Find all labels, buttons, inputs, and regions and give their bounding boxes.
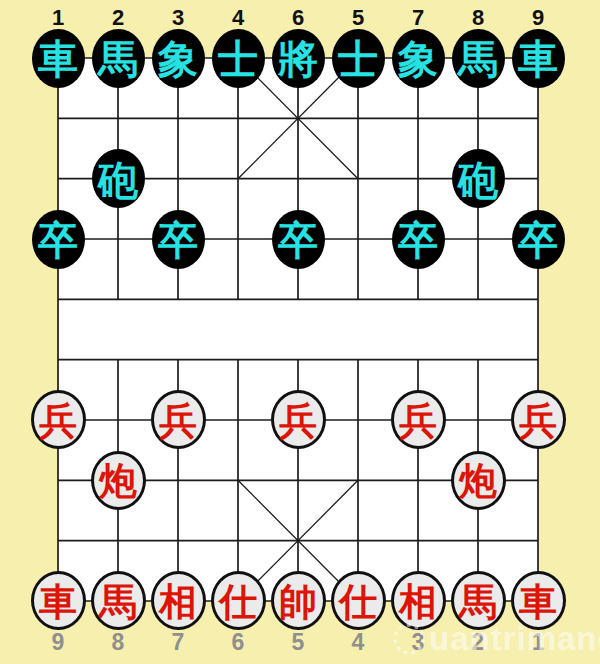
- piece-red-cannon-left[interactable]: 炮: [91, 451, 146, 510]
- piece-glyph: 士: [218, 39, 258, 79]
- piece-black-chariot-left[interactable]: 車: [32, 29, 85, 88]
- piece-glyph: 仕: [339, 583, 377, 621]
- piece-glyph: 馬: [458, 39, 498, 79]
- piece-red-general[interactable]: 帥: [271, 571, 326, 630]
- piece-glyph: 帥: [279, 583, 317, 621]
- piece-glyph: 車: [39, 583, 77, 621]
- piece-black-advisor-right[interactable]: 士: [332, 29, 385, 88]
- piece-glyph: 卒: [278, 220, 318, 260]
- piece-black-elephant-left[interactable]: 象: [152, 29, 205, 88]
- piece-black-soldier-5[interactable]: 卒: [512, 210, 565, 269]
- piece-red-horse-right[interactable]: 馬: [451, 571, 506, 630]
- piece-red-soldier-2[interactable]: 兵: [151, 390, 206, 449]
- piece-glyph: 馬: [99, 583, 137, 621]
- file-label-bottom: 2: [448, 629, 508, 656]
- piece-glyph: 炮: [99, 462, 137, 500]
- piece-glyph: 砲: [98, 160, 138, 200]
- piece-glyph: 車: [519, 583, 557, 621]
- file-label-bottom: 3: [388, 629, 448, 656]
- piece-black-soldier-3[interactable]: 卒: [272, 210, 325, 269]
- piece-black-soldier-4[interactable]: 卒: [392, 210, 445, 269]
- piece-black-horse-left[interactable]: 馬: [92, 29, 145, 88]
- file-label-bottom: 7: [148, 629, 208, 656]
- piece-glyph: 馬: [98, 39, 138, 79]
- file-labels-bottom: 987654321: [28, 629, 568, 656]
- file-label-bottom: 4: [328, 629, 388, 656]
- piece-glyph: 兵: [159, 402, 197, 440]
- piece-red-soldier-5[interactable]: 兵: [511, 390, 566, 449]
- piece-red-elephant-right[interactable]: 相: [391, 571, 446, 630]
- piece-black-soldier-1[interactable]: 卒: [32, 210, 85, 269]
- file-label-bottom: 8: [88, 629, 148, 656]
- piece-black-advisor-left[interactable]: 士: [212, 29, 265, 88]
- piece-glyph: 象: [398, 39, 438, 79]
- piece-red-soldier-3[interactable]: 兵: [271, 390, 326, 449]
- piece-red-chariot-left[interactable]: 車: [31, 571, 86, 630]
- piece-red-chariot-right[interactable]: 車: [511, 571, 566, 630]
- piece-black-horse-right[interactable]: 馬: [452, 29, 505, 88]
- piece-glyph: 卒: [398, 220, 438, 260]
- piece-glyph: 兵: [279, 402, 317, 440]
- piece-glyph: 相: [159, 583, 197, 621]
- piece-glyph: 仕: [219, 583, 257, 621]
- piece-glyph: 士: [338, 39, 378, 79]
- file-label-bottom: 6: [208, 629, 268, 656]
- piece-glyph: 馬: [459, 583, 497, 621]
- piece-black-elephant-right[interactable]: 象: [392, 29, 445, 88]
- piece-red-advisor-left[interactable]: 仕: [211, 571, 266, 630]
- piece-glyph: 將: [278, 39, 318, 79]
- piece-red-soldier-4[interactable]: 兵: [391, 390, 446, 449]
- piece-glyph: 兵: [399, 402, 437, 440]
- piece-black-cannon-left[interactable]: 砲: [92, 149, 145, 208]
- piece-layer: 車馬象士將士象馬車砲砲卒卒卒卒卒兵兵兵兵兵炮炮車馬相仕帥仕相馬車: [28, 28, 568, 631]
- file-label-bottom: 1: [508, 629, 568, 656]
- piece-glyph: 兵: [519, 402, 557, 440]
- piece-black-cannon-right[interactable]: 砲: [452, 149, 505, 208]
- piece-glyph: 兵: [39, 402, 77, 440]
- piece-glyph: 卒: [158, 220, 198, 260]
- piece-glyph: 卒: [518, 220, 558, 260]
- piece-glyph: 車: [518, 39, 558, 79]
- piece-glyph: 卒: [38, 220, 78, 260]
- piece-red-cannon-right[interactable]: 炮: [451, 451, 506, 510]
- file-label-bottom: 5: [268, 629, 328, 656]
- piece-glyph: 炮: [459, 462, 497, 500]
- piece-glyph: 砲: [458, 160, 498, 200]
- piece-black-general[interactable]: 將: [272, 29, 325, 88]
- piece-glyph: 象: [158, 39, 198, 79]
- file-label-bottom: 9: [28, 629, 88, 656]
- piece-glyph: 車: [38, 39, 78, 79]
- piece-red-horse-left[interactable]: 馬: [91, 571, 146, 630]
- piece-black-chariot-right[interactable]: 車: [512, 29, 565, 88]
- piece-glyph: 相: [399, 583, 437, 621]
- piece-red-soldier-1[interactable]: 兵: [31, 390, 86, 449]
- xiangqi-board-screenshot: 123465789 車馬象士將士象馬車砲砲卒卒卒卒卒兵兵兵兵兵炮炮車馬相仕帥仕相…: [0, 0, 600, 664]
- piece-black-soldier-2[interactable]: 卒: [152, 210, 205, 269]
- piece-red-elephant-left[interactable]: 相: [151, 571, 206, 630]
- piece-red-advisor-right[interactable]: 仕: [331, 571, 386, 630]
